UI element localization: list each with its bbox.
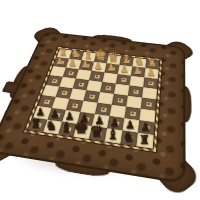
piece-black-king[interactable]: ♚ bbox=[74, 120, 89, 137]
square-a4[interactable] bbox=[142, 87, 157, 99]
square-f4[interactable] bbox=[73, 78, 89, 90]
piece-white-pawn[interactable]: ♟ bbox=[107, 63, 115, 72]
square-b3[interactable] bbox=[129, 76, 144, 88]
square-d4[interactable] bbox=[100, 82, 116, 94]
board-tilt: ♜♞♝♚♛♝♞♜♟♟♟♟♟♟♟♟♟♟♟♟♟♟♟♟♜♞♝♚♛♝♞♜ bbox=[0, 31, 186, 184]
square-a2[interactable]: ♟ bbox=[144, 68, 158, 79]
piece-black-rook[interactable]: ♜ bbox=[139, 134, 150, 147]
square-d8[interactable]: ♛ bbox=[89, 126, 107, 141]
piece-black-bishop[interactable]: ♝ bbox=[60, 120, 73, 135]
board-scene: ♜♞♝♚♛♝♞♜♟♟♟♟♟♟♟♟♟♟♟♟♟♟♟♟♜♞♝♚♛♝♞♜ bbox=[0, 0, 200, 200]
piece-white-pawn[interactable]: ♟ bbox=[94, 61, 102, 70]
piece-black-knight[interactable]: ♞ bbox=[122, 130, 134, 144]
piece-black-knight[interactable]: ♞ bbox=[45, 119, 57, 132]
piece-black-queen[interactable]: ♛ bbox=[90, 123, 104, 139]
square-a8[interactable]: ♜ bbox=[136, 133, 153, 149]
product-photo: ♜♞♝♚♛♝♞♜♟♟♟♟♟♟♟♟♟♟♟♟♟♟♟♟♜♞♝♚♛♝♞♜ bbox=[0, 0, 200, 200]
square-b4[interactable] bbox=[128, 85, 143, 97]
piece-black-pawn[interactable]: ♟ bbox=[141, 122, 151, 133]
piece-white-pawn[interactable]: ♟ bbox=[81, 60, 89, 69]
mosaic-border: ♜♞♝♚♛♝♞♜♟♟♟♟♟♟♟♟♟♟♟♟♟♟♟♟♜♞♝♚♛♝♞♜ bbox=[23, 46, 163, 153]
piece-white-pawn[interactable]: ♟ bbox=[120, 65, 129, 75]
piece-white-pawn[interactable]: ♟ bbox=[56, 57, 64, 66]
chess-board: ♜♞♝♚♛♝♞♜♟♟♟♟♟♟♟♟♟♟♟♟♟♟♟♟♜♞♝♚♛♝♞♜ bbox=[28, 49, 159, 149]
square-e4[interactable] bbox=[86, 80, 102, 92]
piece-white-pawn[interactable]: ♟ bbox=[68, 58, 76, 67]
piece-white-pawn[interactable]: ♟ bbox=[133, 66, 142, 76]
piece-white-pawn[interactable]: ♟ bbox=[147, 68, 156, 78]
square-b2[interactable]: ♟ bbox=[131, 66, 145, 77]
piece-black-rook[interactable]: ♜ bbox=[31, 118, 42, 130]
piece-black-bishop[interactable]: ♝ bbox=[106, 127, 119, 142]
square-b8[interactable]: ♞ bbox=[120, 131, 138, 147]
